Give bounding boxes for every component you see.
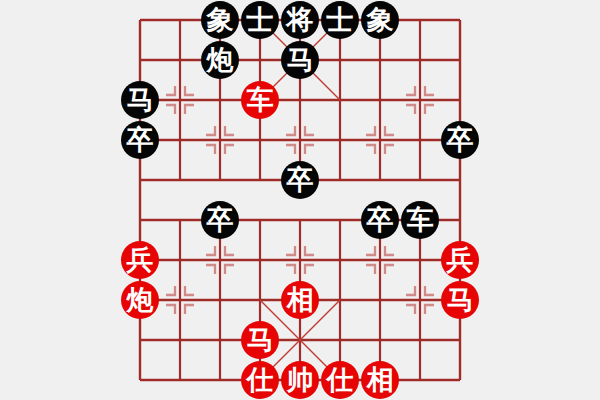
piece-black-pawn[interactable]: 卒 (361, 201, 399, 239)
xiangqi-app: 象士将士象炮马马车卒卒卒卒卒车兵兵炮相马马仕帅仕相 (0, 0, 600, 400)
piece-red-pawn[interactable]: 兵 (441, 241, 479, 279)
piece-black-cannon[interactable]: 炮 (201, 41, 239, 79)
piece-red-horse[interactable]: 马 (241, 321, 279, 359)
piece-black-pawn[interactable]: 卒 (121, 121, 159, 159)
piece-red-cannon[interactable]: 炮 (121, 281, 159, 319)
piece-black-pawn[interactable]: 卒 (201, 201, 239, 239)
piece-red-horse[interactable]: 马 (441, 281, 479, 319)
piece-black-elephant[interactable]: 象 (361, 1, 399, 39)
piece-black-general[interactable]: 将 (281, 1, 319, 39)
piece-black-horse[interactable]: 马 (121, 81, 159, 119)
piece-red-general[interactable]: 帅 (281, 361, 319, 399)
piece-red-elephant[interactable]: 相 (281, 281, 319, 319)
piece-black-horse[interactable]: 马 (281, 41, 319, 79)
piece-black-chariot[interactable]: 车 (401, 201, 439, 239)
piece-black-elephant[interactable]: 象 (201, 1, 239, 39)
piece-black-advisor[interactable]: 士 (321, 1, 359, 39)
piece-black-advisor[interactable]: 士 (241, 1, 279, 39)
piece-red-chariot[interactable]: 车 (241, 81, 279, 119)
piece-black-pawn[interactable]: 卒 (441, 121, 479, 159)
piece-black-pawn[interactable]: 卒 (281, 161, 319, 199)
piece-red-advisor[interactable]: 仕 (321, 361, 359, 399)
piece-red-pawn[interactable]: 兵 (121, 241, 159, 279)
piece-red-elephant[interactable]: 相 (361, 361, 399, 399)
piece-red-advisor[interactable]: 仕 (241, 361, 279, 399)
